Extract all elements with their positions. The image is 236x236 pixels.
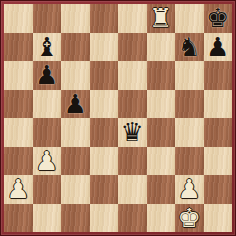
square-b7[interactable]: ♝ [33,33,62,62]
square-a6[interactable] [4,61,33,90]
square-g5[interactable] [175,90,204,119]
square-h6[interactable] [204,61,233,90]
square-h5[interactable] [204,90,233,119]
square-e1[interactable] [118,204,147,233]
square-g2[interactable]: ♟ [175,175,204,204]
square-f6[interactable] [147,61,176,90]
square-e2[interactable] [118,175,147,204]
square-e8[interactable] [118,4,147,33]
piece-black-queen[interactable]: ♛ [121,118,144,146]
square-f5[interactable] [147,90,176,119]
square-d8[interactable] [90,4,119,33]
piece-white-pawn[interactable]: ♟ [7,175,30,203]
square-f3[interactable] [147,147,176,176]
square-f8[interactable]: ♜ [147,4,176,33]
square-c3[interactable] [61,147,90,176]
piece-black-knight[interactable]: ♞ [178,33,201,61]
square-b1[interactable] [33,204,62,233]
square-f1[interactable] [147,204,176,233]
square-d1[interactable] [90,204,119,233]
square-b5[interactable] [33,90,62,119]
square-a1[interactable] [4,204,33,233]
square-e6[interactable] [118,61,147,90]
piece-black-pawn[interactable]: ♟ [64,90,87,118]
square-c1[interactable] [61,204,90,233]
square-a8[interactable] [4,4,33,33]
square-c2[interactable] [61,175,90,204]
square-f4[interactable] [147,118,176,147]
square-h1[interactable] [204,204,233,233]
square-h4[interactable] [204,118,233,147]
square-g1[interactable]: ♚ [175,204,204,233]
square-d7[interactable] [90,33,119,62]
square-g4[interactable] [175,118,204,147]
square-b3[interactable]: ♟ [33,147,62,176]
piece-white-pawn[interactable]: ♟ [35,147,58,175]
square-d2[interactable] [90,175,119,204]
square-h8[interactable]: ♚ [204,4,233,33]
square-h7[interactable]: ♟ [204,33,233,62]
chess-board: ♜♚♝♞♟♟♟♛♟♟♟♚ [0,0,236,236]
square-a3[interactable] [4,147,33,176]
piece-black-bishop[interactable]: ♝ [35,33,58,61]
square-g8[interactable] [175,4,204,33]
square-f2[interactable] [147,175,176,204]
square-b4[interactable] [33,118,62,147]
square-g3[interactable] [175,147,204,176]
square-d6[interactable] [90,61,119,90]
square-a5[interactable] [4,90,33,119]
piece-black-king[interactable]: ♚ [206,4,229,32]
square-b6[interactable]: ♟ [33,61,62,90]
square-d5[interactable] [90,90,119,119]
piece-black-pawn[interactable]: ♟ [35,61,58,89]
square-c8[interactable] [61,4,90,33]
square-h2[interactable] [204,175,233,204]
square-c5[interactable]: ♟ [61,90,90,119]
piece-white-rook[interactable]: ♜ [149,4,172,32]
square-h3[interactable] [204,147,233,176]
square-b2[interactable] [33,175,62,204]
square-a7[interactable] [4,33,33,62]
square-d4[interactable] [90,118,119,147]
square-a2[interactable]: ♟ [4,175,33,204]
square-e3[interactable] [118,147,147,176]
square-g7[interactable]: ♞ [175,33,204,62]
square-d3[interactable] [90,147,119,176]
piece-white-pawn[interactable]: ♟ [178,175,201,203]
square-c4[interactable] [61,118,90,147]
square-f7[interactable] [147,33,176,62]
square-g6[interactable] [175,61,204,90]
square-e5[interactable] [118,90,147,119]
chess-board-grid: ♜♚♝♞♟♟♟♛♟♟♟♚ [4,4,232,232]
square-a4[interactable] [4,118,33,147]
square-b8[interactable] [33,4,62,33]
square-e7[interactable] [118,33,147,62]
square-c7[interactable] [61,33,90,62]
square-c6[interactable] [61,61,90,90]
piece-black-pawn[interactable]: ♟ [206,33,229,61]
square-e4[interactable]: ♛ [118,118,147,147]
piece-white-king[interactable]: ♚ [178,204,201,232]
